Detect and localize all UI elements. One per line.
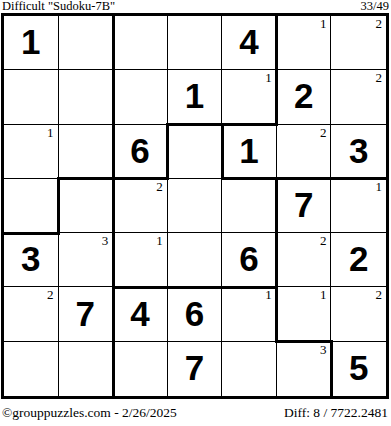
given-digit: 4: [239, 24, 258, 59]
page-header: Difficult "Sudoku-7B" 33/49: [0, 0, 391, 13]
cell-r5c7[interactable]: 2: [331, 233, 386, 287]
given-digit: 1: [239, 133, 258, 168]
cell-r1c4[interactable]: [168, 16, 223, 70]
cell-r3c7[interactable]: 3: [331, 125, 386, 179]
given-digit: 7: [294, 187, 313, 222]
cell-r6c4[interactable]: 6: [168, 287, 223, 341]
cell-r4c3[interactable]: 2: [113, 179, 168, 233]
cell-r5c2[interactable]: 3: [59, 233, 114, 287]
given-digit: 1: [21, 24, 40, 59]
given-digit: 6: [185, 296, 204, 331]
cell-r7c3[interactable]: [113, 342, 168, 396]
pencil-digit: 2: [376, 288, 383, 302]
pencil-digit: 1: [47, 126, 54, 140]
difficulty-text: Diff: 8 / 7722.2481: [284, 405, 388, 421]
cell-r2c2[interactable]: [59, 70, 114, 124]
cell-r5c3[interactable]: 1: [113, 233, 168, 287]
pencil-digit: 1: [320, 17, 327, 31]
cell-r3c1[interactable]: 1: [4, 125, 59, 179]
sudoku-board: 14121122161232713316222746112735: [1, 13, 389, 399]
cell-r1c5[interactable]: 4: [222, 16, 277, 70]
cell-r1c7[interactable]: 2: [331, 16, 386, 70]
pencil-digit: 2: [320, 234, 327, 248]
cell-r7c2[interactable]: [59, 342, 114, 396]
cell-r7c7[interactable]: 5: [331, 342, 386, 396]
cell-r2c3[interactable]: [113, 70, 168, 124]
cell-r1c6[interactable]: 1: [277, 16, 332, 70]
cell-r2c5[interactable]: 1: [222, 70, 277, 124]
puzzle-counter: 33/49: [361, 0, 389, 13]
pencil-digit: 3: [102, 234, 109, 248]
pencil-digit: 2: [320, 126, 327, 140]
cell-r3c2[interactable]: [59, 125, 114, 179]
given-digit: 6: [130, 133, 149, 168]
pencil-digit: 1: [320, 288, 327, 302]
puzzle-title: Difficult "Sudoku-7B": [2, 0, 115, 13]
pencil-digit: 2: [376, 71, 383, 85]
pencil-digit: 1: [156, 234, 163, 248]
cell-r5c6[interactable]: 2: [277, 233, 332, 287]
cell-r4c5[interactable]: [222, 179, 277, 233]
cell-r2c1[interactable]: [4, 70, 59, 124]
cell-r5c5[interactable]: 6: [222, 233, 277, 287]
cell-r3c4[interactable]: [168, 125, 223, 179]
cell-r7c5[interactable]: [222, 342, 277, 396]
pencil-digit: 2: [376, 17, 383, 31]
copyright-text: ©grouppuzzles.com - 2/26/2025: [2, 405, 177, 421]
cell-r2c6[interactable]: 2: [277, 70, 332, 124]
cell-r2c7[interactable]: 2: [331, 70, 386, 124]
cell-r6c3[interactable]: 4: [113, 287, 168, 341]
cell-r6c1[interactable]: 2: [4, 287, 59, 341]
pencil-digit: 2: [47, 288, 54, 302]
given-digit: 4: [130, 296, 149, 331]
cell-r5c1[interactable]: 3: [4, 233, 59, 287]
given-digit: 3: [21, 241, 40, 276]
given-digit: 7: [76, 296, 95, 331]
cell-r7c1[interactable]: [4, 342, 59, 396]
cell-r1c1[interactable]: 1: [4, 16, 59, 70]
cell-r6c2[interactable]: 7: [59, 287, 114, 341]
given-digit: 5: [349, 350, 368, 385]
given-digit: 2: [349, 241, 368, 276]
given-digit: 3: [349, 133, 368, 168]
pencil-digit: 3: [320, 343, 327, 357]
cell-r3c3[interactable]: 6: [113, 125, 168, 179]
page-footer: ©grouppuzzles.com - 2/26/2025 Diff: 8 / …: [0, 405, 391, 421]
cell-r4c1[interactable]: [4, 179, 59, 233]
cell-r5c4[interactable]: [168, 233, 223, 287]
pencil-digit: 1: [265, 288, 272, 302]
cell-r7c6[interactable]: 3: [277, 342, 332, 396]
cell-r6c6[interactable]: 1: [277, 287, 332, 341]
cell-r4c6[interactable]: 7: [277, 179, 332, 233]
cell-r6c7[interactable]: 2: [331, 287, 386, 341]
cell-r3c5[interactable]: 1: [222, 125, 277, 179]
cell-r6c5[interactable]: 1: [222, 287, 277, 341]
cell-r7c4[interactable]: 7: [168, 342, 223, 396]
cell-r1c3[interactable]: [113, 16, 168, 70]
pencil-digit: 1: [265, 71, 272, 85]
given-digit: 7: [185, 350, 204, 385]
cell-r1c2[interactable]: [59, 16, 114, 70]
pencil-digit: 1: [376, 180, 383, 194]
cell-r3c6[interactable]: 2: [277, 125, 332, 179]
sudoku-grid: 14121122161232713316222746112735: [4, 16, 386, 396]
cell-r4c7[interactable]: 1: [331, 179, 386, 233]
given-digit: 1: [185, 78, 204, 113]
pencil-digit: 2: [156, 180, 163, 194]
cell-r4c2[interactable]: [59, 179, 114, 233]
given-digit: 2: [294, 78, 313, 113]
given-digit: 6: [239, 241, 258, 276]
cell-r2c4[interactable]: 1: [168, 70, 223, 124]
cell-r4c4[interactable]: [168, 179, 223, 233]
